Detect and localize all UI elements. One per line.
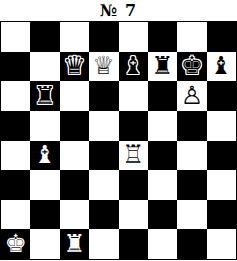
square-c7[interactable]: ♛	[60, 52, 89, 82]
black-bishop-h7: ♝	[210, 53, 232, 78]
square-e6[interactable]	[119, 81, 148, 111]
white-bishop-b4: ♝	[34, 142, 56, 167]
black-rook-f7: ♜	[151, 53, 173, 78]
square-c4[interactable]	[60, 141, 89, 171]
white-king-a1: ♚	[4, 231, 26, 256]
chess-board: ♛♕♝♜♚♝♜♙♝♖♚♜	[0, 21, 237, 260]
white-queen-d7: ♕	[93, 53, 115, 78]
square-d8[interactable]	[89, 22, 118, 52]
square-e2[interactable]	[119, 200, 148, 230]
square-b5[interactable]	[30, 111, 59, 141]
square-h4[interactable]	[207, 141, 236, 171]
black-king-g7: ♚	[181, 53, 203, 78]
square-d4[interactable]	[89, 141, 118, 171]
square-b6[interactable]: ♜	[30, 81, 59, 111]
square-d5[interactable]	[89, 111, 118, 141]
square-b4[interactable]: ♝	[30, 141, 59, 171]
square-a4[interactable]	[1, 141, 30, 171]
square-h3[interactable]	[207, 170, 236, 200]
square-d3[interactable]	[89, 170, 118, 200]
square-b3[interactable]	[30, 170, 59, 200]
square-c1[interactable]: ♜	[60, 229, 89, 259]
black-bishop-e7: ♝	[122, 53, 144, 78]
square-g3[interactable]	[177, 170, 206, 200]
square-g5[interactable]	[177, 111, 206, 141]
square-a8[interactable]	[1, 22, 30, 52]
square-b7[interactable]	[30, 52, 59, 82]
square-h5[interactable]	[207, 111, 236, 141]
square-c8[interactable]	[60, 22, 89, 52]
diagram-number-title: № 7	[0, 0, 237, 21]
square-a1[interactable]: ♚	[1, 229, 30, 259]
square-f2[interactable]	[148, 200, 177, 230]
square-h8[interactable]	[207, 22, 236, 52]
square-b1[interactable]	[30, 229, 59, 259]
black-rook-b6: ♜	[34, 83, 56, 108]
square-b8[interactable]	[30, 22, 59, 52]
square-e4[interactable]: ♖	[119, 141, 148, 171]
square-f7[interactable]: ♜	[148, 52, 177, 82]
square-c5[interactable]	[60, 111, 89, 141]
square-h7[interactable]: ♝	[207, 52, 236, 82]
square-d2[interactable]	[89, 200, 118, 230]
square-a5[interactable]	[1, 111, 30, 141]
square-e7[interactable]: ♝	[119, 52, 148, 82]
square-d6[interactable]	[89, 81, 118, 111]
square-d1[interactable]	[89, 229, 118, 259]
square-a3[interactable]	[1, 170, 30, 200]
square-g7[interactable]: ♚	[177, 52, 206, 82]
square-e3[interactable]	[119, 170, 148, 200]
white-rook-e4: ♖	[122, 142, 144, 167]
square-f5[interactable]	[148, 111, 177, 141]
square-f6[interactable]	[148, 81, 177, 111]
square-f4[interactable]	[148, 141, 177, 171]
square-h1[interactable]	[207, 229, 236, 259]
square-a7[interactable]	[1, 52, 30, 82]
square-g2[interactable]	[177, 200, 206, 230]
square-c2[interactable]	[60, 200, 89, 230]
square-f3[interactable]	[148, 170, 177, 200]
square-c3[interactable]	[60, 170, 89, 200]
square-f8[interactable]	[148, 22, 177, 52]
square-b2[interactable]	[30, 200, 59, 230]
square-g1[interactable]	[177, 229, 206, 259]
white-pawn-g6: ♙	[181, 83, 203, 108]
square-c6[interactable]	[60, 81, 89, 111]
chess-diagram-page: № 7 ♛♕♝♜♚♝♜♙♝♖♚♜	[0, 0, 237, 261]
square-g4[interactable]	[177, 141, 206, 171]
square-a2[interactable]	[1, 200, 30, 230]
square-e8[interactable]	[119, 22, 148, 52]
square-a6[interactable]	[1, 81, 30, 111]
square-h2[interactable]	[207, 200, 236, 230]
white-rook-c1: ♜	[63, 231, 85, 256]
square-g6[interactable]: ♙	[177, 81, 206, 111]
black-queen-c7: ♛	[63, 53, 85, 78]
square-h6[interactable]	[207, 81, 236, 111]
square-e5[interactable]	[119, 111, 148, 141]
square-e1[interactable]	[119, 229, 148, 259]
square-f1[interactable]	[148, 229, 177, 259]
square-g8[interactable]	[177, 22, 206, 52]
square-d7[interactable]: ♕	[89, 52, 118, 82]
